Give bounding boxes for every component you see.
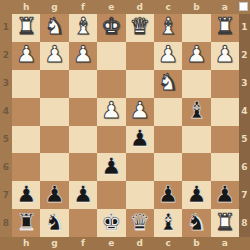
square-e4[interactable]: ♟ <box>97 98 125 126</box>
square-e6[interactable]: ♟ <box>97 153 125 181</box>
piece-bB-c8: ♝ <box>158 211 179 234</box>
rank-label-6: 6 <box>239 153 250 181</box>
piece-bQ-d8: ♛ <box>129 211 150 234</box>
piece-wN-c3: ♞ <box>158 71 179 94</box>
square-h5[interactable] <box>12 126 40 154</box>
square-h2[interactable]: ♟ <box>12 42 40 70</box>
square-e5[interactable] <box>97 126 125 154</box>
file-label-h: h <box>12 0 40 14</box>
file-labels-bottom: hgfedcba <box>0 237 250 250</box>
square-b1[interactable] <box>182 14 210 42</box>
file-label-f: f <box>69 237 97 250</box>
file-label-d: d <box>126 237 154 250</box>
square-f2[interactable]: ♟ <box>69 42 97 70</box>
file-label-g: g <box>40 237 68 250</box>
square-f6[interactable] <box>69 153 97 181</box>
piece-wB-c1: ♝ <box>158 15 179 38</box>
piece-bP-e6: ♟ <box>101 155 122 178</box>
piece-bP-f7: ♟ <box>73 183 94 206</box>
piece-wR-a8: ♜ <box>215 211 236 234</box>
piece-bR-h8: ♜ <box>16 211 37 234</box>
square-g4[interactable] <box>40 98 68 126</box>
square-g7[interactable]: ♟ <box>40 181 68 209</box>
square-e8[interactable]: ♚ <box>97 209 125 237</box>
piece-wP-c2: ♟ <box>158 43 179 66</box>
square-d3[interactable] <box>126 70 154 98</box>
square-e1[interactable]: ♚ <box>97 14 125 42</box>
rank-label-7: 7 <box>0 181 12 209</box>
square-a1[interactable]: ♜ <box>211 14 239 42</box>
piece-wB-f1: ♝ <box>73 15 94 38</box>
piece-wP-b2: ♟ <box>186 43 207 66</box>
square-h8[interactable]: ♜ <box>12 209 40 237</box>
square-g5[interactable] <box>40 126 68 154</box>
file-label-f: f <box>69 0 97 14</box>
square-b8[interactable]: ♞ <box>182 209 210 237</box>
square-a7[interactable]: ♟ <box>211 181 239 209</box>
file-label-h: h <box>12 237 40 250</box>
file-label-a: a <box>211 0 239 14</box>
file-label-g: g <box>40 0 68 14</box>
square-a8[interactable]: ♜ <box>211 209 239 237</box>
square-g1[interactable]: ♞ <box>40 14 68 42</box>
square-d8[interactable]: ♛ <box>126 209 154 237</box>
square-b5[interactable] <box>182 126 210 154</box>
piece-bP-d5: ♟ <box>129 127 150 150</box>
rank-label-6: 6 <box>0 153 12 181</box>
rank-label-8: 8 <box>0 209 12 237</box>
piece-bB-b4: ♝ <box>186 99 207 122</box>
square-f3[interactable] <box>69 70 97 98</box>
square-b6[interactable] <box>182 153 210 181</box>
piece-bP-a7: ♟ <box>215 183 236 206</box>
rank-label-3: 3 <box>239 70 250 98</box>
square-g8[interactable]: ♞ <box>40 209 68 237</box>
file-label-a: a <box>211 237 239 250</box>
piece-wR-h1: ♜ <box>16 15 37 38</box>
piece-wN-g1: ♞ <box>44 15 65 38</box>
rank-label-8: 8 <box>239 209 250 237</box>
square-e3[interactable] <box>97 70 125 98</box>
square-d5[interactable]: ♟ <box>126 126 154 154</box>
rank-labels-left: 12345678 <box>0 14 12 237</box>
square-c5[interactable] <box>154 126 182 154</box>
square-a2[interactable]: ♟ <box>211 42 239 70</box>
piece-bP-b7: ♟ <box>186 183 207 206</box>
file-label-e: e <box>97 237 125 250</box>
file-label-b: b <box>182 237 210 250</box>
file-label-b: b <box>182 0 210 14</box>
rank-label-3: 3 <box>0 70 12 98</box>
square-f4[interactable] <box>69 98 97 126</box>
square-d2[interactable] <box>126 42 154 70</box>
square-c4[interactable] <box>154 98 182 126</box>
piece-bK-e8: ♚ <box>101 211 122 234</box>
square-e2[interactable] <box>97 42 125 70</box>
square-b7[interactable]: ♟ <box>182 181 210 209</box>
square-c7[interactable]: ♟ <box>154 181 182 209</box>
piece-bP-g7: ♟ <box>44 183 65 206</box>
file-label-c: c <box>154 237 182 250</box>
square-d1[interactable]: ♛ <box>126 14 154 42</box>
square-h3[interactable] <box>12 70 40 98</box>
piece-wP-h2: ♟ <box>16 43 37 66</box>
square-a5[interactable] <box>211 126 239 154</box>
square-f7[interactable]: ♟ <box>69 181 97 209</box>
piece-wR-a1: ♜ <box>215 15 236 38</box>
square-d4[interactable]: ♟ <box>126 98 154 126</box>
square-a6[interactable] <box>211 153 239 181</box>
rank-label-2: 2 <box>0 42 12 70</box>
square-h6[interactable] <box>12 153 40 181</box>
rank-label-1: 1 <box>239 14 250 42</box>
piece-wP-g2: ♟ <box>44 43 65 66</box>
square-f5[interactable] <box>69 126 97 154</box>
square-b2[interactable]: ♟ <box>182 42 210 70</box>
square-a3[interactable] <box>211 70 239 98</box>
square-f1[interactable]: ♝ <box>69 14 97 42</box>
piece-wQ-d1: ♛ <box>129 15 150 38</box>
square-c2[interactable]: ♟ <box>154 42 182 70</box>
square-b3[interactable] <box>182 70 210 98</box>
square-e7[interactable] <box>97 181 125 209</box>
piece-wP-a2: ♟ <box>215 43 236 66</box>
piece-bP-h7: ♟ <box>16 183 37 206</box>
rank-label-5: 5 <box>239 126 250 154</box>
square-h7[interactable]: ♟ <box>12 181 40 209</box>
rank-label-1: 1 <box>0 14 12 42</box>
rank-labels-right: 12345678 <box>239 14 250 237</box>
file-label-d: d <box>126 0 154 14</box>
file-labels-top: hgfedcba <box>0 0 250 14</box>
square-d7[interactable] <box>126 181 154 209</box>
square-g3[interactable] <box>40 70 68 98</box>
file-label-e: e <box>97 0 125 14</box>
square-c1[interactable]: ♝ <box>154 14 182 42</box>
square-c6[interactable] <box>154 153 182 181</box>
square-g6[interactable] <box>40 153 68 181</box>
square-b4[interactable]: ♝ <box>182 98 210 126</box>
square-g2[interactable]: ♟ <box>40 42 68 70</box>
board-grid: ♜♞♝♚♛♝♜♟♟♟♟♟♟♞♟♟♝♟♟♟♟♟♟♟♟♜♞♚♛♝♞♜ <box>12 14 239 237</box>
piece-bP-c7: ♟ <box>158 183 179 206</box>
square-f8[interactable] <box>69 209 97 237</box>
square-d6[interactable] <box>126 153 154 181</box>
piece-wP-e4: ♟ <box>101 99 122 122</box>
chess-board-frame: hgfedcba 12345678 ♜♞♝♚♛♝♜♟♟♟♟♟♟♞♟♟♝♟♟♟♟♟… <box>0 0 250 250</box>
square-h4[interactable] <box>12 98 40 126</box>
rank-label-2: 2 <box>239 42 250 70</box>
file-label-c: c <box>154 0 182 14</box>
side-to-move-indicator <box>239 2 248 11</box>
rank-label-7: 7 <box>239 181 250 209</box>
piece-wP-d4: ♟ <box>129 99 150 122</box>
piece-wP-f2: ♟ <box>73 43 94 66</box>
square-c8[interactable]: ♝ <box>154 209 182 237</box>
piece-wK-e1: ♚ <box>101 15 122 38</box>
rank-label-4: 4 <box>239 98 250 126</box>
board-middle: 12345678 ♜♞♝♚♛♝♜♟♟♟♟♟♟♞♟♟♝♟♟♟♟♟♟♟♟♜♞♚♛♝♞… <box>0 14 250 237</box>
square-a4[interactable] <box>211 98 239 126</box>
rank-label-4: 4 <box>0 98 12 126</box>
square-c3[interactable]: ♞ <box>154 70 182 98</box>
piece-bN-g8: ♞ <box>44 211 65 234</box>
square-h1[interactable]: ♜ <box>12 14 40 42</box>
piece-bN-b8: ♞ <box>186 211 207 234</box>
rank-label-5: 5 <box>0 126 12 154</box>
